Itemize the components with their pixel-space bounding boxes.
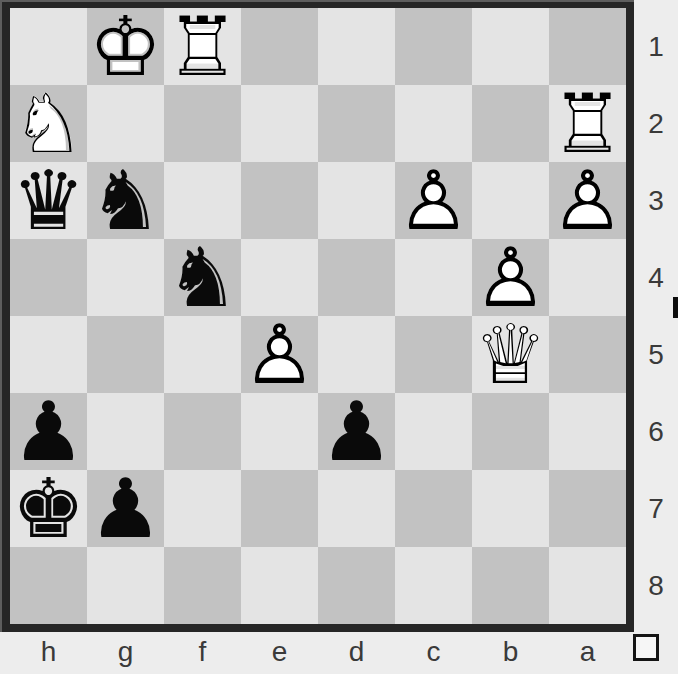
square-e5[interactable]: ♟♙ [241,316,318,393]
rank-label-4: 4 [634,239,678,316]
square-f7[interactable] [164,470,241,547]
square-d3[interactable] [318,162,395,239]
square-a7[interactable] [549,470,626,547]
square-e4[interactable] [241,239,318,316]
square-g7[interactable]: ♟ [87,470,164,547]
square-b4[interactable]: ♟♙ [472,239,549,316]
square-f1[interactable]: ♜♖ [164,8,241,85]
square-e1[interactable] [241,8,318,85]
square-c5[interactable] [395,316,472,393]
square-g8[interactable] [87,547,164,624]
square-g2[interactable] [87,85,164,162]
black-king-glyph: ♚ [10,470,87,547]
piece-black-pawn-d6[interactable]: ♟ [318,393,395,470]
file-label-a: a [549,632,626,674]
square-h3[interactable]: ♛ [10,162,87,239]
square-e8[interactable] [241,547,318,624]
piece-white-rook-a2[interactable]: ♜♖ [549,85,626,162]
square-h4[interactable] [10,239,87,316]
file-label-d: d [318,632,395,674]
file-label-h: h [10,632,87,674]
square-f5[interactable] [164,316,241,393]
square-h1[interactable] [10,8,87,85]
square-a6[interactable] [549,393,626,470]
piece-white-queen-b5[interactable]: ♛♕ [472,316,549,393]
piece-white-knight-h2[interactable]: ♞♘ [10,85,87,162]
file-label-b: b [472,632,549,674]
piece-white-king-g1[interactable]: ♚♔ [87,8,164,85]
white-pawn-outline: ♙ [472,239,549,316]
square-f3[interactable] [164,162,241,239]
square-c1[interactable] [395,8,472,85]
piece-black-king-h7[interactable]: ♚ [10,470,87,547]
square-b1[interactable] [472,8,549,85]
rank-label-7: 7 [634,470,678,547]
white-rook-outline: ♖ [549,85,626,162]
square-e3[interactable] [241,162,318,239]
white-pawn-outline: ♙ [395,162,472,239]
square-a3[interactable]: ♟♙ [549,162,626,239]
square-e7[interactable] [241,470,318,547]
rank-label-6: 6 [634,393,678,470]
square-b6[interactable] [472,393,549,470]
square-e6[interactable] [241,393,318,470]
rank-label-2: 2 [634,85,678,162]
piece-black-knight-g3[interactable]: ♞ [87,162,164,239]
square-b7[interactable] [472,470,549,547]
square-c4[interactable] [395,239,472,316]
square-e2[interactable] [241,85,318,162]
piece-white-pawn-a3[interactable]: ♟♙ [549,162,626,239]
square-c8[interactable] [395,547,472,624]
square-f2[interactable] [164,85,241,162]
screen-edge-artifact [673,297,678,318]
piece-black-pawn-h6[interactable]: ♟ [10,393,87,470]
square-g1[interactable]: ♚♔ [87,8,164,85]
square-d5[interactable] [318,316,395,393]
square-c3[interactable]: ♟♙ [395,162,472,239]
black-pawn-glyph: ♟ [318,393,395,470]
piece-white-pawn-e5[interactable]: ♟♙ [241,316,318,393]
white-pawn-outline: ♙ [241,316,318,393]
piece-black-queen-h3[interactable]: ♛ [10,162,87,239]
square-h5[interactable] [10,316,87,393]
square-c7[interactable] [395,470,472,547]
piece-white-pawn-b4[interactable]: ♟♙ [472,239,549,316]
piece-white-rook-f1[interactable]: ♜♖ [164,8,241,85]
square-b3[interactable] [472,162,549,239]
square-h2[interactable]: ♞♘ [10,85,87,162]
black-queen-glyph: ♛ [10,162,87,239]
chess-board: ♚♔♜♖♞♘♜♖♛♞♟♙♟♙♞♟♙♟♙♛♕♟♟♚♟ [10,8,626,624]
file-label-f: f [164,632,241,674]
black-knight-glyph: ♞ [164,239,241,316]
square-f8[interactable] [164,547,241,624]
side-to-move-indicator-white[interactable] [633,634,659,661]
square-d8[interactable] [318,547,395,624]
white-king-outline: ♔ [87,8,164,85]
square-d7[interactable] [318,470,395,547]
square-g6[interactable] [87,393,164,470]
square-d6[interactable]: ♟ [318,393,395,470]
piece-black-knight-f4[interactable]: ♞ [164,239,241,316]
piece-white-pawn-c3[interactable]: ♟♙ [395,162,472,239]
square-c6[interactable] [395,393,472,470]
square-b2[interactable] [472,85,549,162]
square-d4[interactable] [318,239,395,316]
square-d2[interactable] [318,85,395,162]
file-label-c: c [395,632,472,674]
rank-labels-strip: 12345678 [634,0,678,632]
white-pawn-outline: ♙ [549,162,626,239]
black-pawn-glyph: ♟ [87,470,164,547]
rank-label-1: 1 [634,8,678,85]
square-a4[interactable] [549,239,626,316]
rank-label-3: 3 [634,162,678,239]
square-g3[interactable]: ♞ [87,162,164,239]
black-pawn-glyph: ♟ [10,393,87,470]
square-d1[interactable] [318,8,395,85]
square-h7[interactable]: ♚ [10,470,87,547]
square-h8[interactable] [10,547,87,624]
square-h6[interactable]: ♟ [10,393,87,470]
square-c2[interactable] [395,85,472,162]
rank-label-5: 5 [634,316,678,393]
square-f4[interactable]: ♞ [164,239,241,316]
file-label-e: e [241,632,318,674]
black-knight-glyph: ♞ [87,162,164,239]
square-a2[interactable]: ♜♖ [549,85,626,162]
square-f6[interactable] [164,393,241,470]
square-g4[interactable] [87,239,164,316]
file-labels-strip: hgfedcba [0,632,634,674]
square-a1[interactable] [549,8,626,85]
piece-black-pawn-g7[interactable]: ♟ [87,470,164,547]
square-g5[interactable] [87,316,164,393]
chess-diagram-window: ♚♔♜♖♞♘♜♖♛♞♟♙♟♙♞♟♙♟♙♛♕♟♟♚♟ 12345678 hgfed… [0,0,678,674]
square-a8[interactable] [549,547,626,624]
white-knight-outline: ♘ [10,85,87,162]
white-queen-outline: ♕ [472,316,549,393]
file-label-g: g [87,632,164,674]
square-b5[interactable]: ♛♕ [472,316,549,393]
white-rook-outline: ♖ [164,8,241,85]
rank-label-8: 8 [634,547,678,624]
square-b8[interactable] [472,547,549,624]
square-a5[interactable] [549,316,626,393]
